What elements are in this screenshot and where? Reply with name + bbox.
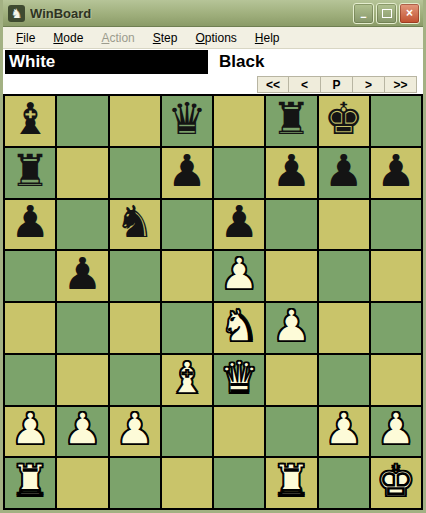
- white-rook: ♜: [10, 459, 49, 503]
- black-pawn: ♟: [324, 149, 363, 193]
- square-e3[interactable]: ♛: [214, 355, 264, 405]
- square-g6[interactable]: [319, 200, 369, 250]
- square-e7[interactable]: [214, 148, 264, 198]
- square-f6[interactable]: [266, 200, 316, 250]
- menu-item-action: Action: [92, 29, 143, 47]
- square-b3[interactable]: [57, 355, 107, 405]
- black-pawn: ♟: [10, 200, 49, 244]
- square-e5[interactable]: ♟: [214, 251, 264, 301]
- square-d4[interactable]: [162, 303, 212, 353]
- white-queen: ♛: [219, 356, 258, 400]
- square-b5[interactable]: ♟: [57, 251, 107, 301]
- black-rook: ♜: [10, 149, 49, 193]
- square-f5[interactable]: [266, 251, 316, 301]
- white-pawn: ♟: [115, 407, 154, 451]
- menu-bar: FileModeActionStepOptionsHelp: [3, 27, 423, 49]
- square-f3[interactable]: [266, 355, 316, 405]
- square-h6[interactable]: [371, 200, 421, 250]
- square-c4[interactable]: [110, 303, 160, 353]
- square-f2[interactable]: [266, 407, 316, 457]
- square-e6[interactable]: ♟: [214, 200, 264, 250]
- winboard-window: ♞ WinBoard − × FileModeActionStepOptions…: [0, 0, 426, 513]
- square-a5[interactable]: [5, 251, 55, 301]
- square-b1[interactable]: [57, 458, 107, 508]
- black-pawn: ♟: [63, 252, 102, 296]
- white-pawn: ♟: [10, 407, 49, 451]
- black-clock[interactable]: Black: [219, 50, 264, 74]
- white-pawn: ♟: [272, 304, 311, 348]
- square-a1[interactable]: ♜: [5, 458, 55, 508]
- square-g8[interactable]: ♚: [319, 96, 369, 146]
- square-a6[interactable]: ♟: [5, 200, 55, 250]
- black-rook: ♜: [272, 97, 311, 141]
- square-b7[interactable]: [57, 148, 107, 198]
- square-d1[interactable]: [162, 458, 212, 508]
- forward-button[interactable]: >: [353, 76, 385, 93]
- square-b4[interactable]: [57, 303, 107, 353]
- white-pawn: ♟: [376, 407, 415, 451]
- square-c7[interactable]: [110, 148, 160, 198]
- white-king: ♚: [376, 459, 415, 503]
- square-a2[interactable]: ♟: [5, 407, 55, 457]
- menu-item-file[interactable]: File: [7, 29, 44, 47]
- square-a4[interactable]: [5, 303, 55, 353]
- close-glyph: ×: [406, 6, 413, 20]
- square-d6[interactable]: [162, 200, 212, 250]
- square-e8[interactable]: [214, 96, 264, 146]
- square-h5[interactable]: [371, 251, 421, 301]
- white-pawn: ♟: [324, 407, 363, 451]
- white-knight: ♞: [219, 304, 258, 348]
- menu-item-step[interactable]: Step: [144, 29, 187, 47]
- clock-strip: White Black: [3, 49, 423, 75]
- square-f4[interactable]: ♟: [266, 303, 316, 353]
- square-a8[interactable]: ♝: [5, 96, 55, 146]
- window-title: WinBoard: [30, 6, 351, 21]
- black-king: ♚: [324, 97, 363, 141]
- black-queen: ♛: [167, 97, 206, 141]
- square-c2[interactable]: ♟: [110, 407, 160, 457]
- black-bishop: ♝: [10, 97, 49, 141]
- square-h2[interactable]: ♟: [371, 407, 421, 457]
- white-pawn: ♟: [219, 252, 258, 296]
- white-clock[interactable]: White: [5, 50, 208, 74]
- square-h3[interactable]: [371, 355, 421, 405]
- black-pawn: ♟: [219, 200, 258, 244]
- square-a3[interactable]: [5, 355, 55, 405]
- square-c5[interactable]: [110, 251, 160, 301]
- menu-item-mode[interactable]: Mode: [44, 29, 92, 47]
- square-d8[interactable]: ♛: [162, 96, 212, 146]
- black-pawn: ♟: [376, 149, 415, 193]
- pause-button[interactable]: P: [321, 76, 353, 93]
- square-g3[interactable]: [319, 355, 369, 405]
- square-e4[interactable]: ♞: [214, 303, 264, 353]
- square-d2[interactable]: [162, 407, 212, 457]
- rewind-to-start-button[interactable]: <<: [257, 76, 289, 93]
- square-c6[interactable]: ♞: [110, 200, 160, 250]
- square-d5[interactable]: [162, 251, 212, 301]
- square-g1[interactable]: [319, 458, 369, 508]
- forward-to-end-button[interactable]: >>: [385, 76, 417, 93]
- square-h1[interactable]: ♚: [371, 458, 421, 508]
- square-c3[interactable]: [110, 355, 160, 405]
- maximize-button[interactable]: [376, 3, 397, 24]
- square-b2[interactable]: ♟: [57, 407, 107, 457]
- square-d3[interactable]: ♝: [162, 355, 212, 405]
- white-pawn: ♟: [63, 407, 102, 451]
- square-h4[interactable]: [371, 303, 421, 353]
- square-f7[interactable]: ♟: [266, 148, 316, 198]
- square-g2[interactable]: ♟: [319, 407, 369, 457]
- square-h8[interactable]: [371, 96, 421, 146]
- square-c8[interactable]: [110, 96, 160, 146]
- nav-button-row: <<<P>>>: [3, 75, 423, 94]
- square-f8[interactable]: ♜: [266, 96, 316, 146]
- square-h7[interactable]: ♟: [371, 148, 421, 198]
- minimize-button[interactable]: −: [353, 3, 374, 24]
- square-g7[interactable]: ♟: [319, 148, 369, 198]
- close-button[interactable]: ×: [399, 3, 420, 24]
- square-d7[interactable]: ♟: [162, 148, 212, 198]
- square-b6[interactable]: [57, 200, 107, 250]
- square-f1[interactable]: ♜: [266, 458, 316, 508]
- square-b8[interactable]: [57, 96, 107, 146]
- black-pawn: ♟: [167, 149, 206, 193]
- title-bar[interactable]: ♞ WinBoard − ×: [3, 0, 423, 27]
- square-c1[interactable]: [110, 458, 160, 508]
- square-g5[interactable]: [319, 251, 369, 301]
- square-a7[interactable]: ♜: [5, 148, 55, 198]
- square-g4[interactable]: [319, 303, 369, 353]
- minimize-glyph: −: [360, 11, 366, 23]
- menu-item-options[interactable]: Options: [186, 29, 245, 47]
- black-knight: ♞: [115, 200, 154, 244]
- back-button[interactable]: <: [289, 76, 321, 93]
- white-rook: ♜: [272, 459, 311, 503]
- knight-icon: ♞: [8, 5, 25, 22]
- black-pawn: ♟: [272, 149, 311, 193]
- white-bishop: ♝: [167, 356, 206, 400]
- chess-board: ♝♛♜♚♜♟♟♟♟♟♞♟♟♟♞♟♝♛♟♟♟♟♟♜♜♚: [3, 94, 423, 510]
- menu-item-help[interactable]: Help: [246, 29, 289, 47]
- maximize-glyph: [382, 9, 392, 18]
- square-e1[interactable]: [214, 458, 264, 508]
- square-e2[interactable]: [214, 407, 264, 457]
